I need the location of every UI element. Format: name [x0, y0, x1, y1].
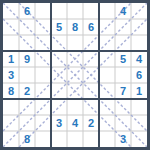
- cell-r7c2[interactable]: [19, 99, 35, 115]
- cell-r6c1[interactable]: 8: [3, 83, 19, 99]
- cell-r5c6[interactable]: [83, 67, 99, 83]
- cell-r6c5[interactable]: [67, 83, 83, 99]
- cell-r9c4[interactable]: [51, 131, 67, 147]
- sudoku-board: 64586195436827134283: [0, 0, 150, 150]
- cell-r6c8[interactable]: 7: [115, 83, 131, 99]
- cell-r9c5[interactable]: [67, 131, 83, 147]
- cell-r2c8[interactable]: [115, 19, 131, 35]
- cell-r5c1[interactable]: 3: [3, 67, 19, 83]
- cell-r4c2[interactable]: 9: [19, 51, 35, 67]
- cell-r8c1[interactable]: [3, 115, 19, 131]
- cell-r1c1[interactable]: [3, 3, 19, 19]
- cell-r8c7[interactable]: [99, 115, 115, 131]
- cell-r8c2[interactable]: [19, 115, 35, 131]
- cell-r3c2[interactable]: [19, 35, 35, 51]
- cell-r5c9[interactable]: 6: [131, 67, 147, 83]
- cell-r8c6[interactable]: 2: [83, 115, 99, 131]
- cell-r2c9[interactable]: [131, 19, 147, 35]
- cell-r2c1[interactable]: [3, 19, 19, 35]
- cell-r1c9[interactable]: [131, 3, 147, 19]
- cell-r4c8[interactable]: 5: [115, 51, 131, 67]
- cell-r2c3[interactable]: [35, 19, 51, 35]
- cell-r9c9[interactable]: [131, 131, 147, 147]
- cell-r3c6[interactable]: [83, 35, 99, 51]
- cell-r8c9[interactable]: [131, 115, 147, 131]
- cell-r5c8[interactable]: [115, 67, 131, 83]
- cell-r3c7[interactable]: [99, 35, 115, 51]
- cell-r9c8[interactable]: 3: [115, 131, 131, 147]
- cell-r7c1[interactable]: [3, 99, 19, 115]
- cell-r5c5[interactable]: [67, 67, 83, 83]
- cell-r4c4[interactable]: [51, 51, 67, 67]
- cell-r5c7[interactable]: [99, 67, 115, 83]
- cell-r5c2[interactable]: [19, 67, 35, 83]
- cell-r9c7[interactable]: [99, 131, 115, 147]
- cell-r3c5[interactable]: [67, 35, 83, 51]
- cell-r1c7[interactable]: [99, 3, 115, 19]
- cell-r3c3[interactable]: [35, 35, 51, 51]
- cell-r4c3[interactable]: [35, 51, 51, 67]
- cell-r7c4[interactable]: [51, 99, 67, 115]
- cell-r6c2[interactable]: 2: [19, 83, 35, 99]
- cell-r9c2[interactable]: 8: [19, 131, 35, 147]
- cell-r1c2[interactable]: 6: [19, 3, 35, 19]
- cell-r4c1[interactable]: 1: [3, 51, 19, 67]
- cell-r7c6[interactable]: [83, 99, 99, 115]
- cell-r7c3[interactable]: [35, 99, 51, 115]
- cell-r2c7[interactable]: [99, 19, 115, 35]
- cell-r6c3[interactable]: [35, 83, 51, 99]
- cell-r8c8[interactable]: [115, 115, 131, 131]
- cell-r7c5[interactable]: [67, 99, 83, 115]
- sudoku-cells: 64586195436827134283: [3, 3, 147, 147]
- cell-r6c7[interactable]: [99, 83, 115, 99]
- cell-r3c4[interactable]: [51, 35, 67, 51]
- cell-r1c5[interactable]: [67, 3, 83, 19]
- cell-r6c9[interactable]: 1: [131, 83, 147, 99]
- cell-r1c3[interactable]: [35, 3, 51, 19]
- cell-r2c2[interactable]: [19, 19, 35, 35]
- cell-r6c4[interactable]: [51, 83, 67, 99]
- cell-r1c6[interactable]: [83, 3, 99, 19]
- cell-r1c4[interactable]: [51, 3, 67, 19]
- cell-r2c6[interactable]: 6: [83, 19, 99, 35]
- cell-r4c9[interactable]: 4: [131, 51, 147, 67]
- cell-r4c7[interactable]: [99, 51, 115, 67]
- cell-r4c5[interactable]: [67, 51, 83, 67]
- cell-r7c9[interactable]: [131, 99, 147, 115]
- cell-r3c1[interactable]: [3, 35, 19, 51]
- cell-r7c8[interactable]: [115, 99, 131, 115]
- cell-r6c6[interactable]: [83, 83, 99, 99]
- cell-r5c4[interactable]: [51, 67, 67, 83]
- cell-r9c3[interactable]: [35, 131, 51, 147]
- cell-r1c8[interactable]: 4: [115, 3, 131, 19]
- cell-r7c7[interactable]: [99, 99, 115, 115]
- cell-r4c6[interactable]: [83, 51, 99, 67]
- cell-r8c3[interactable]: [35, 115, 51, 131]
- cell-r3c9[interactable]: [131, 35, 147, 51]
- cell-r9c6[interactable]: [83, 131, 99, 147]
- cell-r8c5[interactable]: 4: [67, 115, 83, 131]
- cell-r8c4[interactable]: 3: [51, 115, 67, 131]
- cell-r3c8[interactable]: [115, 35, 131, 51]
- cell-r9c1[interactable]: [3, 131, 19, 147]
- cell-r5c3[interactable]: [35, 67, 51, 83]
- cell-r2c4[interactable]: 5: [51, 19, 67, 35]
- cell-r2c5[interactable]: 8: [67, 19, 83, 35]
